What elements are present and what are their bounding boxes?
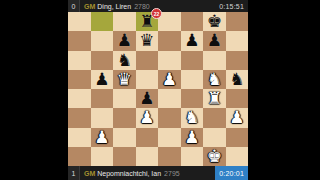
square-c3[interactable]	[113, 108, 136, 127]
black-pawn: ♟	[207, 31, 222, 50]
square-f7[interactable]: ♟	[181, 31, 204, 50]
move-number-badge: 22	[151, 8, 162, 19]
bottom-player-title: GM	[84, 170, 95, 177]
top-player-name: Ding, Liren	[97, 3, 131, 10]
black-pawn: ♟	[117, 31, 132, 50]
square-e6[interactable]	[158, 51, 181, 70]
square-a2[interactable]	[68, 128, 91, 147]
square-d6[interactable]	[136, 51, 159, 70]
square-e3[interactable]	[158, 108, 181, 127]
white-rook: ♜	[207, 89, 222, 108]
square-g3[interactable]	[203, 108, 226, 127]
square-f3[interactable]: ♞	[181, 108, 204, 127]
square-d1[interactable]	[136, 147, 159, 166]
bottom-player-clock: 0:20:01	[215, 166, 248, 180]
white-pawn: ♟	[139, 108, 154, 127]
square-d3[interactable]: ♟	[136, 108, 159, 127]
square-g4[interactable]: ♜	[203, 89, 226, 108]
white-pawn: ♟	[184, 128, 199, 147]
white-pawn: ♟	[94, 128, 109, 147]
square-f6[interactable]	[181, 51, 204, 70]
square-g6[interactable]	[203, 51, 226, 70]
chess-board[interactable]: ♜22♚♟♛♟♟♞♟♛♟♞♞♟♜♟♞♟♟♟♚	[68, 12, 248, 166]
black-pawn: ♟	[139, 89, 154, 108]
white-knight: ♞	[207, 70, 222, 89]
square-c1[interactable]	[113, 147, 136, 166]
square-e2[interactable]	[158, 128, 181, 147]
square-a6[interactable]	[68, 51, 91, 70]
square-a3[interactable]	[68, 108, 91, 127]
white-pawn: ♟	[229, 108, 244, 127]
square-b3[interactable]	[91, 108, 114, 127]
square-b2[interactable]: ♟	[91, 128, 114, 147]
top-player-score: 0	[68, 0, 80, 12]
square-f2[interactable]: ♟	[181, 128, 204, 147]
square-a1[interactable]	[68, 147, 91, 166]
square-c2[interactable]	[113, 128, 136, 147]
square-g7[interactable]: ♟	[203, 31, 226, 50]
square-h4[interactable]	[226, 89, 249, 108]
square-g1[interactable]: ♚	[203, 147, 226, 166]
black-king: ♚	[207, 12, 222, 31]
black-knight: ♞	[117, 51, 132, 70]
black-knight: ♞	[229, 70, 244, 89]
square-h3[interactable]: ♟	[226, 108, 249, 127]
square-d7[interactable]: ♛	[136, 31, 159, 50]
square-b4[interactable]	[91, 89, 114, 108]
bottom-player-bar: 1 GM Nepomniachtchi, Ian 2795 0:20:01	[68, 166, 248, 180]
square-b7[interactable]	[91, 31, 114, 50]
square-d8[interactable]: ♜22	[136, 12, 159, 31]
white-knight: ♞	[184, 108, 199, 127]
white-king: ♚	[207, 147, 222, 166]
square-a5[interactable]	[68, 70, 91, 89]
bottom-player-score: 1	[68, 166, 80, 180]
top-player-clock: 0:15:51	[215, 0, 248, 12]
square-h8[interactable]	[226, 12, 249, 31]
square-b5[interactable]: ♟	[91, 70, 114, 89]
square-d5[interactable]	[136, 70, 159, 89]
square-c4[interactable]	[113, 89, 136, 108]
square-d4[interactable]: ♟	[136, 89, 159, 108]
square-e7[interactable]	[158, 31, 181, 50]
top-player-title: GM	[84, 3, 95, 10]
square-h2[interactable]	[226, 128, 249, 147]
top-player-rating: 2780	[134, 3, 150, 10]
square-a7[interactable]	[68, 31, 91, 50]
square-h5[interactable]: ♞	[226, 70, 249, 89]
square-f5[interactable]	[181, 70, 204, 89]
square-b6[interactable]	[91, 51, 114, 70]
square-f8[interactable]	[181, 12, 204, 31]
square-g5[interactable]: ♞	[203, 70, 226, 89]
square-h1[interactable]	[226, 147, 249, 166]
bottom-player-rating: 2795	[164, 170, 180, 177]
square-g8[interactable]: ♚	[203, 12, 226, 31]
black-pawn: ♟	[94, 70, 109, 89]
broadcast-screen: 0 GM Ding, Liren 2780 0:15:51 ♜22♚♟♛♟♟♞♟…	[0, 0, 320, 180]
square-a4[interactable]	[68, 89, 91, 108]
square-a8[interactable]	[68, 12, 91, 31]
square-f4[interactable]	[181, 89, 204, 108]
white-queen: ♛	[117, 70, 132, 89]
square-h7[interactable]	[226, 31, 249, 50]
square-f1[interactable]	[181, 147, 204, 166]
square-d2[interactable]	[136, 128, 159, 147]
bottom-player-name: Nepomniachtchi, Ian	[97, 170, 161, 177]
square-c6[interactable]: ♞	[113, 51, 136, 70]
square-c7[interactable]: ♟	[113, 31, 136, 50]
square-h6[interactable]	[226, 51, 249, 70]
square-e4[interactable]	[158, 89, 181, 108]
black-queen: ♛	[139, 31, 154, 50]
square-c8[interactable]	[113, 12, 136, 31]
square-b1[interactable]	[91, 147, 114, 166]
square-g2[interactable]	[203, 128, 226, 147]
square-b8[interactable]	[91, 12, 114, 31]
black-pawn: ♟	[184, 31, 199, 50]
square-c5[interactable]: ♛	[113, 70, 136, 89]
square-e5[interactable]: ♟	[158, 70, 181, 89]
square-e1[interactable]	[158, 147, 181, 166]
white-pawn: ♟	[162, 70, 177, 89]
